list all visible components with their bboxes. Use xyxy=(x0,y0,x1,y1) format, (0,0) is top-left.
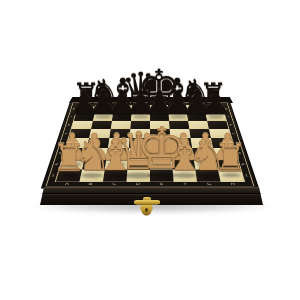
file-label-e: E xyxy=(150,182,174,186)
box-lid-seam-highlight xyxy=(40,194,263,195)
box-edge-highlight xyxy=(44,187,259,188)
piece-black-p-h7[interactable]: ♟ xyxy=(201,86,231,119)
file-label-h: H xyxy=(221,182,246,186)
file-label-g: G xyxy=(197,182,221,186)
file-label-a: A xyxy=(55,182,80,186)
file-label-b: B xyxy=(79,182,103,186)
file-label-f: F xyxy=(174,182,198,186)
piece-white-r-h1[interactable]: ♜ xyxy=(214,139,248,177)
latch-plate-icon xyxy=(134,200,160,206)
file-labels-near: ABCDEFGH xyxy=(55,182,246,186)
latch-keyhole-icon xyxy=(145,208,148,212)
file-label-d: D xyxy=(126,182,150,186)
pieces-layer: ♜♞♝♛♚♝♞♜♟♟♟♟♟♟♟♟♟♟♟♟♟♟♟♟♜♞♝♛♚♝♞♜ xyxy=(0,0,300,300)
file-label-c: C xyxy=(102,182,126,186)
product-photo-stage: ABCDEFGH ABCDEFGH 87654321 87654321 ♜♞♝♛… xyxy=(0,0,300,300)
